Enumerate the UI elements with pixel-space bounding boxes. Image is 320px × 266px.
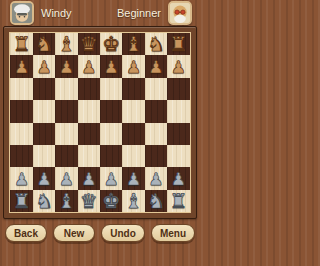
bottom-toolbar: Back New Undo Menu <box>0 224 200 242</box>
piece-tan-knight: ♞ <box>35 33 53 55</box>
piece-tan-pawn: ♟ <box>104 56 119 78</box>
square-e3[interactable] <box>100 145 122 167</box>
undo-button[interactable]: Undo <box>101 224 145 242</box>
square-d2[interactable]: ♟ <box>78 167 100 189</box>
piece-tan-king: ♚ <box>102 33 120 55</box>
piece-silver-bishop: ♝ <box>57 190 75 212</box>
square-g3[interactable] <box>145 145 167 167</box>
left-player-avatar[interactable] <box>10 1 34 25</box>
square-d6[interactable] <box>78 78 100 100</box>
square-b5[interactable] <box>33 100 55 122</box>
piece-silver-rook: ♜ <box>169 190 187 212</box>
piece-silver-rook: ♜ <box>13 190 31 212</box>
square-e5[interactable] <box>100 100 122 122</box>
square-a6[interactable] <box>10 78 32 100</box>
square-c1[interactable]: ♝ <box>55 190 77 212</box>
square-f1[interactable]: ♝ <box>122 190 144 212</box>
square-h2[interactable]: ♟ <box>167 167 189 189</box>
square-g2[interactable]: ♟ <box>145 167 167 189</box>
new-button[interactable]: New <box>53 224 95 242</box>
square-b1[interactable]: ♞ <box>33 190 55 212</box>
square-g1[interactable]: ♞ <box>145 190 167 212</box>
piece-tan-rook: ♜ <box>169 33 187 55</box>
square-g7[interactable]: ♟ <box>145 55 167 77</box>
square-f7[interactable]: ♟ <box>122 55 144 77</box>
square-h5[interactable] <box>167 100 189 122</box>
square-a5[interactable] <box>10 100 32 122</box>
menu-button[interactable]: Menu <box>151 224 195 242</box>
square-c2[interactable]: ♟ <box>55 167 77 189</box>
piece-tan-pawn: ♟ <box>126 56 141 78</box>
square-d1[interactable]: ♛ <box>78 190 100 212</box>
piece-silver-queen: ♛ <box>80 190 98 212</box>
square-c4[interactable] <box>55 123 77 145</box>
piece-tan-pawn: ♟ <box>81 56 96 78</box>
piece-tan-bishop: ♝ <box>125 33 143 55</box>
left-player-name: Windy <box>41 7 72 19</box>
square-e7[interactable]: ♟ <box>100 55 122 77</box>
piece-silver-pawn: ♟ <box>36 168 51 190</box>
square-c6[interactable] <box>55 78 77 100</box>
square-c8[interactable]: ♝ <box>55 33 77 55</box>
square-b6[interactable] <box>33 78 55 100</box>
square-h1[interactable]: ♜ <box>167 190 189 212</box>
square-g6[interactable] <box>145 78 167 100</box>
square-c5[interactable] <box>55 100 77 122</box>
piece-silver-pawn: ♟ <box>148 168 163 190</box>
piece-tan-pawn: ♟ <box>59 56 74 78</box>
chess-board: ♜♞♝♛♚♝♞♜♟♟♟♟♟♟♟♟♟♟♟♟♟♟♟♟♜♞♝♛♚♝♞♜ <box>10 33 189 212</box>
square-a2[interactable]: ♟ <box>10 167 32 189</box>
square-a7[interactable]: ♟ <box>10 55 32 77</box>
piece-silver-pawn: ♟ <box>126 168 141 190</box>
chess-board-inner-border: ♜♞♝♛♚♝♞♜♟♟♟♟♟♟♟♟♟♟♟♟♟♟♟♟♜♞♝♛♚♝♞♜ <box>9 32 190 213</box>
chess-board-frame: ♜♞♝♛♚♝♞♜♟♟♟♟♟♟♟♟♟♟♟♟♟♟♟♟♜♞♝♛♚♝♞♜ <box>3 26 196 219</box>
square-e8[interactable]: ♚ <box>100 33 122 55</box>
piece-tan-knight: ♞ <box>147 33 165 55</box>
square-f5[interactable] <box>122 100 144 122</box>
square-b7[interactable]: ♟ <box>33 55 55 77</box>
piece-silver-pawn: ♟ <box>104 168 119 190</box>
piece-silver-pawn: ♟ <box>171 168 186 190</box>
square-b4[interactable] <box>33 123 55 145</box>
back-button[interactable]: Back <box>5 224 47 242</box>
piece-tan-pawn: ♟ <box>171 56 186 78</box>
square-b8[interactable]: ♞ <box>33 33 55 55</box>
square-c3[interactable] <box>55 145 77 167</box>
square-f3[interactable] <box>122 145 144 167</box>
square-h3[interactable] <box>167 145 189 167</box>
square-g8[interactable]: ♞ <box>145 33 167 55</box>
piece-silver-pawn: ♟ <box>14 168 29 190</box>
square-d3[interactable] <box>78 145 100 167</box>
square-h4[interactable] <box>167 123 189 145</box>
square-f8[interactable]: ♝ <box>122 33 144 55</box>
square-a3[interactable] <box>10 145 32 167</box>
piece-tan-pawn: ♟ <box>148 56 163 78</box>
square-c7[interactable]: ♟ <box>55 55 77 77</box>
piece-tan-pawn: ♟ <box>14 56 29 78</box>
piece-silver-knight: ♞ <box>147 190 165 212</box>
square-e2[interactable]: ♟ <box>100 167 122 189</box>
piece-tan-bishop: ♝ <box>57 33 75 55</box>
square-f2[interactable]: ♟ <box>122 167 144 189</box>
square-a8[interactable]: ♜ <box>10 33 32 55</box>
right-player-avatar[interactable] <box>168 1 192 25</box>
square-g4[interactable] <box>145 123 167 145</box>
square-g5[interactable] <box>145 100 167 122</box>
square-b2[interactable]: ♟ <box>33 167 55 189</box>
square-a1[interactable]: ♜ <box>10 190 32 212</box>
piece-silver-pawn: ♟ <box>81 168 96 190</box>
piece-silver-knight: ♞ <box>35 190 53 212</box>
piece-silver-bishop: ♝ <box>125 190 143 212</box>
square-e4[interactable] <box>100 123 122 145</box>
square-a4[interactable] <box>10 123 32 145</box>
square-d8[interactable]: ♛ <box>78 33 100 55</box>
square-d7[interactable]: ♟ <box>78 55 100 77</box>
piece-tan-queen: ♛ <box>80 33 98 55</box>
square-b3[interactable] <box>33 145 55 167</box>
white-haired-character-icon <box>12 3 32 23</box>
square-f4[interactable] <box>122 123 144 145</box>
square-f6[interactable] <box>122 78 144 100</box>
bald-master-icon <box>170 3 190 23</box>
header: Windy Beginner <box>0 0 200 26</box>
square-h7[interactable]: ♟ <box>167 55 189 77</box>
piece-tan-pawn: ♟ <box>36 56 51 78</box>
square-d4[interactable] <box>78 123 100 145</box>
square-h8[interactable]: ♜ <box>167 33 189 55</box>
square-d5[interactable] <box>78 100 100 122</box>
square-e6[interactable] <box>100 78 122 100</box>
square-e1[interactable]: ♚ <box>100 190 122 212</box>
piece-silver-pawn: ♟ <box>59 168 74 190</box>
piece-silver-king: ♚ <box>102 190 120 212</box>
right-player-label: Beginner <box>117 7 161 19</box>
square-h6[interactable] <box>167 78 189 100</box>
piece-tan-rook: ♜ <box>13 33 31 55</box>
